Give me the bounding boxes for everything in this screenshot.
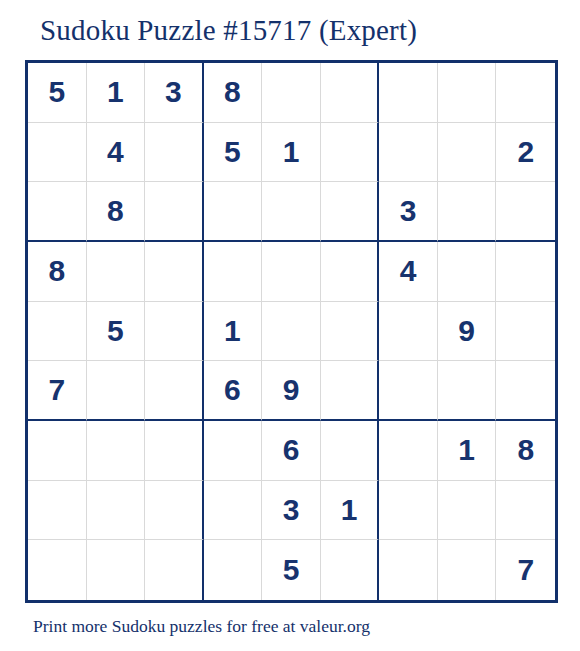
sudoku-cell-r3c3 xyxy=(145,182,204,242)
sudoku-cell-r1c1: 5 xyxy=(28,63,87,123)
sudoku-cell-r4c6 xyxy=(321,242,380,302)
sudoku-cell-r1c8 xyxy=(438,63,497,123)
sudoku-cell-r2c9: 2 xyxy=(496,123,555,183)
footer-text: Print more Sudoku puzzles for free at va… xyxy=(33,616,370,637)
cell-digit: 2 xyxy=(517,135,534,169)
sudoku-cell-r3c7: 3 xyxy=(379,182,438,242)
sudoku-cell-r6c5: 9 xyxy=(262,361,321,421)
sudoku-cell-r1c7 xyxy=(379,63,438,123)
sudoku-cell-r1c5 xyxy=(262,63,321,123)
cell-digit: 5 xyxy=(107,314,124,348)
sudoku-cell-r8c1 xyxy=(28,481,87,541)
sudoku-cell-r7c8: 1 xyxy=(438,421,497,481)
sudoku-cell-r6c6 xyxy=(321,361,380,421)
sudoku-cell-r3c8 xyxy=(438,182,497,242)
sudoku-cell-r2c6 xyxy=(321,123,380,183)
sudoku-cell-r5c4: 1 xyxy=(204,302,263,362)
sudoku-cell-r7c5: 6 xyxy=(262,421,321,481)
sudoku-cell-r1c4: 8 xyxy=(204,63,263,123)
sudoku-cell-r5c6 xyxy=(321,302,380,362)
cell-digit: 6 xyxy=(283,433,300,467)
sudoku-cell-r3c1 xyxy=(28,182,87,242)
sudoku-cell-r4c5 xyxy=(262,242,321,302)
sudoku-cell-r2c5: 1 xyxy=(262,123,321,183)
sudoku-cell-r6c4: 6 xyxy=(204,361,263,421)
sudoku-cell-r9c8 xyxy=(438,540,497,600)
cell-digit: 9 xyxy=(458,314,475,348)
sudoku-cell-r6c3 xyxy=(145,361,204,421)
cell-digit: 8 xyxy=(48,254,65,288)
sudoku-cell-r5c5 xyxy=(262,302,321,362)
sudoku-cell-r6c1: 7 xyxy=(28,361,87,421)
sudoku-cell-r8c3 xyxy=(145,481,204,541)
sudoku-cell-r2c2: 4 xyxy=(87,123,146,183)
sudoku-cell-r3c5 xyxy=(262,182,321,242)
cell-digit: 4 xyxy=(107,135,124,169)
sudoku-cell-r1c9 xyxy=(496,63,555,123)
sudoku-cell-r9c4 xyxy=(204,540,263,600)
sudoku-cell-r1c3: 3 xyxy=(145,63,204,123)
sudoku-cell-r4c8 xyxy=(438,242,497,302)
sudoku-cell-r6c9 xyxy=(496,361,555,421)
sudoku-cell-r5c1 xyxy=(28,302,87,362)
sudoku-cell-r4c9 xyxy=(496,242,555,302)
sudoku-cell-r9c7 xyxy=(379,540,438,600)
sudoku-board: 5138451283845197696183157 xyxy=(25,60,558,603)
sudoku-cell-r9c3 xyxy=(145,540,204,600)
page-title: Sudoku Puzzle #15717 (Expert) xyxy=(40,14,417,47)
sudoku-cell-r2c1 xyxy=(28,123,87,183)
cell-digit: 8 xyxy=(107,194,124,228)
cell-digit: 3 xyxy=(165,75,182,109)
sudoku-cell-r9c6 xyxy=(321,540,380,600)
cell-digit: 4 xyxy=(400,254,417,288)
sudoku-cell-r7c9: 8 xyxy=(496,421,555,481)
sudoku-cell-r7c7 xyxy=(379,421,438,481)
sudoku-cell-r5c8: 9 xyxy=(438,302,497,362)
sudoku-cell-r7c6 xyxy=(321,421,380,481)
sudoku-cell-r6c7 xyxy=(379,361,438,421)
cell-digit: 1 xyxy=(341,493,358,527)
sudoku-cell-r4c3 xyxy=(145,242,204,302)
sudoku-cell-r1c6 xyxy=(321,63,380,123)
sudoku-cell-r5c9 xyxy=(496,302,555,362)
sudoku-cell-r6c8 xyxy=(438,361,497,421)
sudoku-cell-r6c2 xyxy=(87,361,146,421)
sudoku-cell-r4c4 xyxy=(204,242,263,302)
sudoku-cell-r8c5: 3 xyxy=(262,481,321,541)
sudoku-cell-r7c4 xyxy=(204,421,263,481)
sudoku-cell-r3c9 xyxy=(496,182,555,242)
cell-digit: 1 xyxy=(458,433,475,467)
sudoku-cell-r2c8 xyxy=(438,123,497,183)
sudoku-cell-r8c7 xyxy=(379,481,438,541)
sudoku-cell-r4c2 xyxy=(87,242,146,302)
cell-digit: 1 xyxy=(224,314,241,348)
cell-digit: 5 xyxy=(224,135,241,169)
sudoku-cell-r9c1 xyxy=(28,540,87,600)
sudoku-cell-r8c6: 1 xyxy=(321,481,380,541)
cell-digit: 8 xyxy=(224,75,241,109)
sudoku-cell-r5c3 xyxy=(145,302,204,362)
sudoku-cell-r7c3 xyxy=(145,421,204,481)
cell-digit: 1 xyxy=(107,75,124,109)
sudoku-cell-r2c4: 5 xyxy=(204,123,263,183)
cell-digit: 7 xyxy=(48,373,65,407)
cell-digit: 8 xyxy=(517,433,534,467)
sudoku-cell-r8c8 xyxy=(438,481,497,541)
cell-digit: 6 xyxy=(224,373,241,407)
cell-digit: 5 xyxy=(48,75,65,109)
sudoku-cell-r4c1: 8 xyxy=(28,242,87,302)
cell-digit: 5 xyxy=(283,553,300,587)
sudoku-cell-r2c3 xyxy=(145,123,204,183)
cell-digit: 1 xyxy=(283,135,300,169)
sudoku-cell-r5c7 xyxy=(379,302,438,362)
sudoku-cell-r8c2 xyxy=(87,481,146,541)
cell-digit: 7 xyxy=(517,553,534,587)
cell-digit: 3 xyxy=(283,493,300,527)
sudoku-cell-r9c9: 7 xyxy=(496,540,555,600)
sudoku-cell-r7c2 xyxy=(87,421,146,481)
sudoku-cell-r9c5: 5 xyxy=(262,540,321,600)
sudoku-cell-r3c4 xyxy=(204,182,263,242)
sudoku-cell-r7c1 xyxy=(28,421,87,481)
sudoku-cell-r9c2 xyxy=(87,540,146,600)
cell-digit: 3 xyxy=(400,194,417,228)
sudoku-cell-r4c7: 4 xyxy=(379,242,438,302)
sudoku-cell-r3c2: 8 xyxy=(87,182,146,242)
sudoku-cell-r1c2: 1 xyxy=(87,63,146,123)
sudoku-cell-r8c9 xyxy=(496,481,555,541)
sudoku-cell-r3c6 xyxy=(321,182,380,242)
sudoku-cell-r5c2: 5 xyxy=(87,302,146,362)
sudoku-cell-r2c7 xyxy=(379,123,438,183)
sudoku-cell-r8c4 xyxy=(204,481,263,541)
cell-digit: 9 xyxy=(283,373,300,407)
